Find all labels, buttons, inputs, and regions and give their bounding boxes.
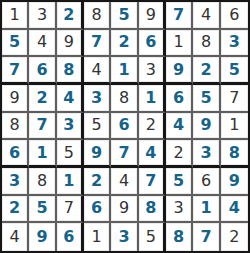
- cell-r5c1[interactable]: 8: [2, 113, 29, 141]
- cell-r8c8[interactable]: 1: [193, 196, 220, 224]
- cell-r9c6[interactable]: 5: [139, 223, 166, 251]
- cell-r5c7[interactable]: 4: [166, 113, 193, 141]
- cell-r4c1[interactable]: 9: [2, 85, 29, 113]
- cell-r8c1[interactable]: 2: [2, 196, 29, 224]
- cell-r1c6[interactable]: 9: [139, 2, 166, 30]
- cell-r2c5[interactable]: 2: [111, 30, 138, 58]
- cell-r9c4[interactable]: 1: [84, 223, 111, 251]
- cell-r7c6[interactable]: 7: [139, 168, 166, 196]
- cell-r9c8[interactable]: 7: [193, 223, 220, 251]
- cell-r8c5[interactable]: 9: [111, 196, 138, 224]
- sudoku-board: 1328597465497261837684139259243816578735…: [0, 0, 250, 253]
- cell-r6c6[interactable]: 4: [139, 140, 166, 168]
- cell-r3c8[interactable]: 2: [193, 57, 220, 85]
- cell-r6c5[interactable]: 7: [111, 140, 138, 168]
- cell-r3c1[interactable]: 7: [2, 57, 29, 85]
- cell-r7c1[interactable]: 3: [2, 168, 29, 196]
- cell-r5c8[interactable]: 9: [193, 113, 220, 141]
- cell-r8c9[interactable]: 4: [221, 196, 248, 224]
- cell-r2c8[interactable]: 8: [193, 30, 220, 58]
- cell-r1c3[interactable]: 2: [57, 2, 84, 30]
- cell-r5c4[interactable]: 5: [84, 113, 111, 141]
- cell-r5c3[interactable]: 3: [57, 113, 84, 141]
- cell-r6c8[interactable]: 3: [193, 140, 220, 168]
- cell-r9c9[interactable]: 2: [221, 223, 248, 251]
- cell-r9c2[interactable]: 9: [29, 223, 56, 251]
- cell-r7c4[interactable]: 2: [84, 168, 111, 196]
- cell-r7c2[interactable]: 8: [29, 168, 56, 196]
- cell-r9c7[interactable]: 8: [166, 223, 193, 251]
- cell-r4c9[interactable]: 7: [221, 85, 248, 113]
- cell-r8c2[interactable]: 5: [29, 196, 56, 224]
- cell-r6c3[interactable]: 5: [57, 140, 84, 168]
- cell-r2c3[interactable]: 9: [57, 30, 84, 58]
- cell-r4c4[interactable]: 3: [84, 85, 111, 113]
- cell-r1c8[interactable]: 4: [193, 2, 220, 30]
- cell-r3c3[interactable]: 8: [57, 57, 84, 85]
- cell-r4c2[interactable]: 2: [29, 85, 56, 113]
- cell-r2c7[interactable]: 1: [166, 30, 193, 58]
- cell-r3c5[interactable]: 1: [111, 57, 138, 85]
- cell-r7c9[interactable]: 9: [221, 168, 248, 196]
- cell-r7c3[interactable]: 1: [57, 168, 84, 196]
- cell-r9c1[interactable]: 4: [2, 223, 29, 251]
- cell-r5c9[interactable]: 1: [221, 113, 248, 141]
- cell-r2c2[interactable]: 4: [29, 30, 56, 58]
- cell-r6c2[interactable]: 1: [29, 140, 56, 168]
- cell-r2c4[interactable]: 7: [84, 30, 111, 58]
- cell-r2c9[interactable]: 3: [221, 30, 248, 58]
- cell-r1c7[interactable]: 7: [166, 2, 193, 30]
- cell-r4c8[interactable]: 5: [193, 85, 220, 113]
- cell-r5c5[interactable]: 6: [111, 113, 138, 141]
- cell-r2c6[interactable]: 6: [139, 30, 166, 58]
- cell-r3c7[interactable]: 9: [166, 57, 193, 85]
- cell-r2c1[interactable]: 5: [2, 30, 29, 58]
- cell-r1c9[interactable]: 6: [221, 2, 248, 30]
- cell-r6c4[interactable]: 9: [84, 140, 111, 168]
- cell-r4c7[interactable]: 6: [166, 85, 193, 113]
- cell-r1c2[interactable]: 3: [29, 2, 56, 30]
- cell-r4c6[interactable]: 1: [139, 85, 166, 113]
- cell-r9c5[interactable]: 3: [111, 223, 138, 251]
- cell-r3c4[interactable]: 4: [84, 57, 111, 85]
- cell-r6c7[interactable]: 2: [166, 140, 193, 168]
- cell-r6c1[interactable]: 6: [2, 140, 29, 168]
- cell-r3c6[interactable]: 3: [139, 57, 166, 85]
- cell-r8c3[interactable]: 7: [57, 196, 84, 224]
- cell-r3c9[interactable]: 5: [221, 57, 248, 85]
- cell-r4c5[interactable]: 8: [111, 85, 138, 113]
- cell-r3c2[interactable]: 6: [29, 57, 56, 85]
- cell-r1c1[interactable]: 1: [2, 2, 29, 30]
- cell-r8c6[interactable]: 8: [139, 196, 166, 224]
- cell-r7c5[interactable]: 4: [111, 168, 138, 196]
- cell-r9c3[interactable]: 6: [57, 223, 84, 251]
- cell-r5c2[interactable]: 7: [29, 113, 56, 141]
- cell-r8c4[interactable]: 6: [84, 196, 111, 224]
- cell-r7c7[interactable]: 5: [166, 168, 193, 196]
- cell-r7c8[interactable]: 6: [193, 168, 220, 196]
- cell-r1c5[interactable]: 5: [111, 2, 138, 30]
- cell-r4c3[interactable]: 4: [57, 85, 84, 113]
- cell-r8c7[interactable]: 3: [166, 196, 193, 224]
- cell-r5c6[interactable]: 2: [139, 113, 166, 141]
- cell-r1c4[interactable]: 8: [84, 2, 111, 30]
- cell-r6c9[interactable]: 8: [221, 140, 248, 168]
